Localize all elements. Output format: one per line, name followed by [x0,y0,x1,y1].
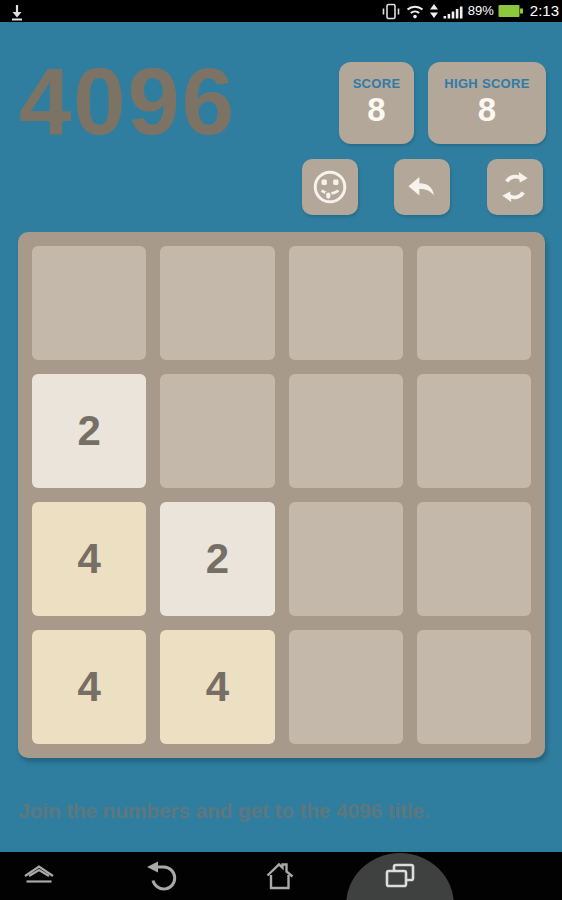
status-bar: 89% 2:13 [0,0,562,22]
empty-cell [417,374,531,488]
battery-icon [498,4,524,18]
restart-icon [496,168,534,206]
app-title: 4096 [19,55,236,149]
back-icon [143,859,179,893]
smiley-face-icon [311,168,349,206]
board-grid[interactable]: 24244 [18,232,545,758]
restart-button[interactable] [487,159,543,215]
screen: 89% 2:13 4096 SCORE 8 HIGH SCORE 8 [0,0,562,900]
wifi-icon [405,3,425,19]
data-updown-icon [429,3,439,19]
empty-cell [160,246,274,360]
score-box: SCORE 8 [339,62,414,144]
hide-keyboard-icon [21,863,57,889]
recents-icon [381,860,419,892]
tile-4: 4 [32,630,146,744]
empty-cell [289,630,403,744]
score-value: 8 [339,93,414,126]
tile-2: 2 [160,502,274,616]
empty-cell [289,246,403,360]
signal-icon [443,3,464,19]
high-score-value: 8 [428,93,546,126]
vibrate-icon [381,3,401,20]
home-icon [263,860,297,892]
empty-cell [289,374,403,488]
empty-cell [289,502,403,616]
recents-button[interactable] [362,852,438,900]
empty-cell [417,630,531,744]
clock: 2:13 [530,0,559,22]
high-score-label: HIGH SCORE [428,76,546,91]
battery-percent: 89% [468,0,494,22]
undo-icon [403,168,441,206]
high-score-box: HIGH SCORE 8 [428,62,546,144]
empty-cell [160,374,274,488]
tile-4: 4 [32,502,146,616]
instruction-text: Join the numbers and get to the 4096 tit… [18,799,550,823]
empty-cell [32,246,146,360]
hide-keyboard-button[interactable] [1,852,77,900]
mood-button[interactable] [302,159,358,215]
empty-cell [417,502,531,616]
tile-2: 2 [32,374,146,488]
back-button[interactable] [123,852,199,900]
undo-button[interactable] [394,159,450,215]
empty-cell [417,246,531,360]
nav-bar [0,852,562,900]
home-button[interactable] [242,852,318,900]
tile-4: 4 [160,630,274,744]
download-icon [8,3,26,21]
score-label: SCORE [339,76,414,91]
